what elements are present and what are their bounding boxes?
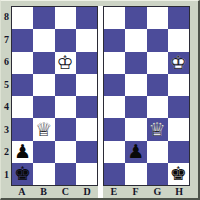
- black-king: ♚: [168, 163, 189, 185]
- rank-label-8: 8: [1, 6, 11, 29]
- rank-label-4: 4: [1, 96, 11, 119]
- square-e8[interactable]: [104, 7, 125, 29]
- square-e6[interactable]: [104, 52, 125, 74]
- rank-labels: 8 7 6 5 4 3 2 1: [1, 6, 11, 186]
- square-f2[interactable]: ♟: [125, 141, 146, 163]
- square-c4[interactable]: [55, 96, 76, 118]
- white-king-fill: ♚: [55, 52, 76, 74]
- rank-label-1: 1: [1, 164, 11, 187]
- white-queen-fill: ♛: [33, 118, 54, 140]
- black-king: ♚: [12, 163, 33, 185]
- square-d5[interactable]: [76, 74, 97, 96]
- square-d8[interactable]: [76, 7, 97, 29]
- file-label-a: A: [11, 186, 33, 198]
- square-a5[interactable]: [12, 74, 33, 96]
- square-h7[interactable]: [168, 29, 189, 51]
- square-h1[interactable]: ♚: [168, 163, 189, 185]
- white-king: ♔: [168, 52, 189, 74]
- square-a6[interactable]: [12, 52, 33, 74]
- square-e5[interactable]: [104, 74, 125, 96]
- black-pawn: ♟: [12, 141, 33, 163]
- square-b5[interactable]: [33, 74, 54, 96]
- square-c5[interactable]: [55, 74, 76, 96]
- file-label-h: H: [168, 186, 190, 198]
- square-e7[interactable]: [104, 29, 125, 51]
- white-queen: ♕: [147, 118, 168, 140]
- square-c3[interactable]: [55, 118, 76, 140]
- square-f8[interactable]: [125, 7, 146, 29]
- white-queen-fill: ♛: [147, 118, 168, 140]
- square-c8[interactable]: [55, 7, 76, 29]
- square-c1[interactable]: [55, 163, 76, 185]
- square-f3[interactable]: [125, 118, 146, 140]
- square-d2[interactable]: [76, 141, 97, 163]
- square-b3[interactable]: ♛♕: [33, 118, 54, 140]
- square-a4[interactable]: [12, 96, 33, 118]
- square-a2[interactable]: ♟: [12, 141, 33, 163]
- square-b1[interactable]: [33, 163, 54, 185]
- square-d4[interactable]: [76, 96, 97, 118]
- square-h8[interactable]: [168, 7, 189, 29]
- square-c7[interactable]: [55, 29, 76, 51]
- square-g8[interactable]: [147, 7, 168, 29]
- file-label-f: F: [125, 186, 147, 198]
- square-h5[interactable]: [168, 74, 189, 96]
- rank-label-3: 3: [1, 119, 11, 142]
- square-b2[interactable]: [33, 141, 54, 163]
- square-d7[interactable]: [76, 29, 97, 51]
- chessboard-left-half: ♚♔♛♕♟♚: [11, 6, 98, 186]
- square-g7[interactable]: [147, 29, 168, 51]
- black-pawn: ♟: [125, 141, 146, 163]
- square-d1[interactable]: [76, 163, 97, 185]
- square-c6[interactable]: ♚♔: [55, 52, 76, 74]
- square-e2[interactable]: [104, 141, 125, 163]
- square-g6[interactable]: [147, 52, 168, 74]
- square-h6[interactable]: ♚♔: [168, 52, 189, 74]
- square-a3[interactable]: [12, 118, 33, 140]
- chessboard-right-half: ♚♔♛♕♟♚: [103, 6, 190, 186]
- rank-label-5: 5: [1, 74, 11, 97]
- square-f6[interactable]: [125, 52, 146, 74]
- file-label-b: B: [33, 186, 55, 198]
- square-g4[interactable]: [147, 96, 168, 118]
- square-g2[interactable]: [147, 141, 168, 163]
- file-label-c: C: [55, 186, 77, 198]
- square-e4[interactable]: [104, 96, 125, 118]
- square-b7[interactable]: [33, 29, 54, 51]
- square-b6[interactable]: [33, 52, 54, 74]
- square-f7[interactable]: [125, 29, 146, 51]
- square-f4[interactable]: [125, 96, 146, 118]
- square-h2[interactable]: [168, 141, 189, 163]
- white-king: ♔: [55, 52, 76, 74]
- square-c2[interactable]: [55, 141, 76, 163]
- rank-label-7: 7: [1, 29, 11, 52]
- square-f5[interactable]: [125, 74, 146, 96]
- rank-label-6: 6: [1, 51, 11, 74]
- square-b8[interactable]: [33, 7, 54, 29]
- square-a8[interactable]: [12, 7, 33, 29]
- file-labels-right: E F G H: [103, 186, 190, 198]
- square-a1[interactable]: ♚: [12, 163, 33, 185]
- file-label-d: D: [76, 186, 98, 198]
- square-e1[interactable]: [104, 163, 125, 185]
- square-d6[interactable]: [76, 52, 97, 74]
- square-d3[interactable]: [76, 118, 97, 140]
- rank-label-2: 2: [1, 141, 11, 164]
- white-queen: ♕: [33, 118, 54, 140]
- square-g5[interactable]: [147, 74, 168, 96]
- square-f1[interactable]: [125, 163, 146, 185]
- square-g1[interactable]: [147, 163, 168, 185]
- square-h4[interactable]: [168, 96, 189, 118]
- file-labels-left: A B C D: [11, 186, 98, 198]
- square-h3[interactable]: [168, 118, 189, 140]
- board-frame: 8 7 6 5 4 3 2 1 ♚♔♛♕♟♚ ♚♔♛♕♟♚ A B C D E …: [0, 0, 200, 200]
- square-b4[interactable]: [33, 96, 54, 118]
- square-e3[interactable]: [104, 118, 125, 140]
- white-king-fill: ♚: [168, 52, 189, 74]
- square-g3[interactable]: ♛♕: [147, 118, 168, 140]
- file-label-e: E: [103, 186, 125, 198]
- square-a7[interactable]: [12, 29, 33, 51]
- file-label-g: G: [147, 186, 169, 198]
